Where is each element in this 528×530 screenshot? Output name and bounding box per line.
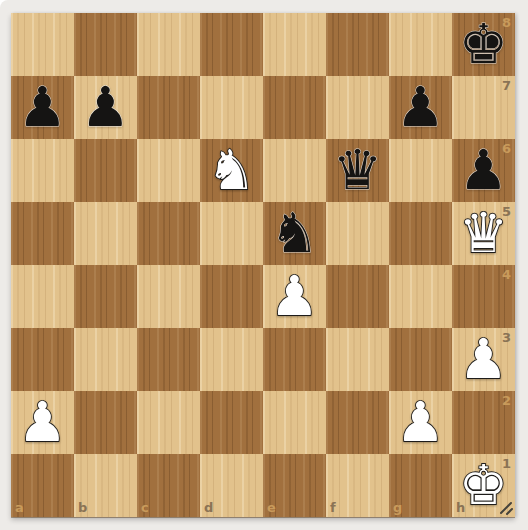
square-d3[interactable]	[200, 328, 263, 391]
square-b7[interactable]: ♟	[74, 76, 137, 139]
square-c3[interactable]	[137, 328, 200, 391]
square-b5[interactable]	[74, 202, 137, 265]
square-b3[interactable]	[74, 328, 137, 391]
square-h8[interactable]: ♚8	[452, 13, 515, 76]
square-a8[interactable]	[11, 13, 74, 76]
piece-black-pawn[interactable]: ♟	[81, 76, 130, 139]
square-a1[interactable]: a	[11, 454, 74, 517]
square-g2[interactable]: ♟	[389, 391, 452, 454]
piece-black-pawn[interactable]: ♟	[18, 76, 67, 139]
piece-white-pawn[interactable]: ♟	[396, 391, 445, 454]
piece-white-knight[interactable]: ♞	[207, 139, 256, 202]
square-g3[interactable]	[389, 328, 452, 391]
rank-label-4: 4	[502, 268, 511, 281]
piece-white-pawn[interactable]: ♟	[459, 328, 508, 391]
file-label-b: b	[78, 501, 87, 514]
file-label-f: f	[330, 501, 336, 514]
square-d4[interactable]	[200, 265, 263, 328]
square-c5[interactable]	[137, 202, 200, 265]
file-label-a: a	[15, 501, 24, 514]
file-label-e: e	[267, 501, 276, 514]
square-h5[interactable]: ♛5	[452, 202, 515, 265]
square-h4[interactable]: 4	[452, 265, 515, 328]
board-resize-handle[interactable]	[498, 500, 514, 516]
square-c2[interactable]	[137, 391, 200, 454]
square-h6[interactable]: ♟6	[452, 139, 515, 202]
square-c8[interactable]	[137, 13, 200, 76]
piece-white-pawn[interactable]: ♟	[18, 391, 67, 454]
rank-label-7: 7	[502, 79, 511, 92]
square-g4[interactable]	[389, 265, 452, 328]
square-f2[interactable]	[326, 391, 389, 454]
square-e8[interactable]	[263, 13, 326, 76]
square-c1[interactable]: c	[137, 454, 200, 517]
piece-black-pawn[interactable]: ♟	[396, 76, 445, 139]
square-d7[interactable]	[200, 76, 263, 139]
square-g6[interactable]	[389, 139, 452, 202]
piece-white-pawn[interactable]: ♟	[270, 265, 319, 328]
file-label-c: c	[141, 501, 149, 514]
square-e5[interactable]: ♞	[263, 202, 326, 265]
square-b6[interactable]	[74, 139, 137, 202]
square-c6[interactable]	[137, 139, 200, 202]
square-c4[interactable]	[137, 265, 200, 328]
piece-black-queen[interactable]: ♛	[333, 139, 382, 202]
square-b1[interactable]: b	[74, 454, 137, 517]
square-d5[interactable]	[200, 202, 263, 265]
square-d1[interactable]: d	[200, 454, 263, 517]
square-c7[interactable]	[137, 76, 200, 139]
square-a3[interactable]	[11, 328, 74, 391]
square-f8[interactable]	[326, 13, 389, 76]
square-g8[interactable]	[389, 13, 452, 76]
page-background: ♚8♟♟♟7♞♛♟6♞♛5♟4♟3♟♟2abcdefg♚1h	[0, 0, 528, 530]
square-f5[interactable]	[326, 202, 389, 265]
rank-label-2: 2	[502, 394, 511, 407]
square-a2[interactable]: ♟	[11, 391, 74, 454]
square-e2[interactable]	[263, 391, 326, 454]
piece-black-knight[interactable]: ♞	[270, 202, 319, 265]
square-d8[interactable]	[200, 13, 263, 76]
square-e1[interactable]: e	[263, 454, 326, 517]
square-g7[interactable]: ♟	[389, 76, 452, 139]
piece-black-king[interactable]: ♚	[459, 13, 508, 76]
square-b4[interactable]	[74, 265, 137, 328]
square-h7[interactable]: 7	[452, 76, 515, 139]
square-b2[interactable]	[74, 391, 137, 454]
square-g5[interactable]	[389, 202, 452, 265]
square-a7[interactable]: ♟	[11, 76, 74, 139]
square-a5[interactable]	[11, 202, 74, 265]
square-f7[interactable]	[326, 76, 389, 139]
file-label-g: g	[393, 501, 402, 514]
piece-black-pawn[interactable]: ♟	[459, 139, 508, 202]
square-e4[interactable]: ♟	[263, 265, 326, 328]
square-f1[interactable]: f	[326, 454, 389, 517]
square-h3[interactable]: ♟3	[452, 328, 515, 391]
square-e3[interactable]	[263, 328, 326, 391]
square-b8[interactable]	[74, 13, 137, 76]
square-g1[interactable]: g	[389, 454, 452, 517]
square-f6[interactable]: ♛	[326, 139, 389, 202]
square-d2[interactable]	[200, 391, 263, 454]
file-label-d: d	[204, 501, 213, 514]
square-f4[interactable]	[326, 265, 389, 328]
piece-white-queen[interactable]: ♛	[459, 202, 508, 265]
square-d6[interactable]: ♞	[200, 139, 263, 202]
square-h2[interactable]: 2	[452, 391, 515, 454]
square-a4[interactable]	[11, 265, 74, 328]
chess-board: ♚8♟♟♟7♞♛♟6♞♛5♟4♟3♟♟2abcdefg♚1h	[11, 13, 515, 517]
square-e6[interactable]	[263, 139, 326, 202]
square-e7[interactable]	[263, 76, 326, 139]
square-f3[interactable]	[326, 328, 389, 391]
square-a6[interactable]	[11, 139, 74, 202]
